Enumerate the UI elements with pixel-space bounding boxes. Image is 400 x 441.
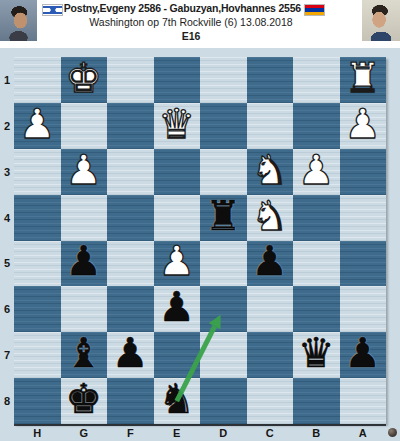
square-c4[interactable]: ♞ [247, 195, 294, 241]
rank-label-7: 7 [0, 332, 14, 378]
star-of-david-icon [49, 6, 57, 14]
square-h2[interactable]: ♟ [14, 103, 61, 149]
square-h1[interactable] [14, 57, 61, 103]
white-knight-piece[interactable]: ♞ [251, 196, 288, 237]
square-b8[interactable] [293, 378, 340, 424]
white-pawn-piece[interactable]: ♟ [19, 104, 56, 145]
white-pawn-piece[interactable]: ♟ [158, 241, 195, 282]
armenia-flag-icon [304, 4, 325, 16]
file-label-f: F [107, 426, 154, 440]
square-a5[interactable] [340, 241, 387, 287]
black-knight-piece[interactable]: ♞ [158, 379, 195, 420]
square-g4[interactable] [61, 195, 108, 241]
black-queen-piece[interactable]: ♛ [298, 333, 335, 374]
file-label-b: B [293, 426, 340, 440]
square-a8[interactable] [340, 378, 387, 424]
square-c2[interactable] [247, 103, 294, 149]
square-e5[interactable]: ♟ [154, 241, 201, 287]
square-b5[interactable] [293, 241, 340, 287]
square-d1[interactable] [200, 57, 247, 103]
square-d7[interactable] [200, 332, 247, 378]
square-g6[interactable] [61, 286, 108, 332]
chess-board[interactable]: ♚♜♟♛♟♟♞♟♜♞♟♟♟♟♝♟♛♟♚♞ [14, 57, 386, 424]
square-b6[interactable] [293, 286, 340, 332]
square-g3[interactable]: ♟ [61, 149, 108, 195]
file-label-d: D [200, 426, 247, 440]
file-label-a: A [340, 426, 387, 440]
white-knight-piece[interactable]: ♞ [251, 150, 288, 191]
square-c3[interactable]: ♞ [247, 149, 294, 195]
white-queen-piece[interactable]: ♛ [158, 104, 195, 145]
square-b2[interactable] [293, 103, 340, 149]
rank-label-2: 2 [0, 103, 14, 149]
square-e6[interactable]: ♟ [154, 286, 201, 332]
square-b4[interactable] [293, 195, 340, 241]
eco-code: E16 [60, 30, 322, 42]
square-c5[interactable]: ♟ [247, 241, 294, 287]
square-c7[interactable] [247, 332, 294, 378]
white-rook-piece[interactable]: ♜ [344, 58, 381, 99]
chess-diagram-window: Postny,Evgeny 2586 - Gabuzyan,Hovhannes … [0, 0, 400, 441]
event-and-date: Washington op 7th Rockville (6) 13.08.20… [60, 16, 322, 28]
square-d3[interactable] [200, 149, 247, 195]
rank-labels: 12345678 [0, 57, 14, 424]
square-f4[interactable] [107, 195, 154, 241]
square-g7[interactable]: ♝ [61, 332, 108, 378]
square-h3[interactable] [14, 149, 61, 195]
white-king-piece[interactable]: ♚ [65, 58, 102, 99]
rank-label-4: 4 [0, 195, 14, 241]
black-pawn-piece[interactable]: ♟ [65, 241, 102, 282]
rank-label-6: 6 [0, 286, 14, 332]
square-f2[interactable] [107, 103, 154, 149]
square-h7[interactable] [14, 332, 61, 378]
square-e2[interactable]: ♛ [154, 103, 201, 149]
square-a4[interactable] [340, 195, 387, 241]
square-b1[interactable] [293, 57, 340, 103]
white-pawn-piece[interactable]: ♟ [298, 150, 335, 191]
white-pawn-piece[interactable]: ♟ [344, 104, 381, 145]
square-f7[interactable]: ♟ [107, 332, 154, 378]
file-label-g: G [61, 426, 108, 440]
square-f8[interactable] [107, 378, 154, 424]
square-e3[interactable] [154, 149, 201, 195]
black-rook-piece[interactable]: ♜ [205, 196, 242, 237]
square-e7[interactable] [154, 332, 201, 378]
square-a2[interactable]: ♟ [340, 103, 387, 149]
black-player-photo [362, 0, 400, 41]
square-e1[interactable] [154, 57, 201, 103]
square-g1[interactable]: ♚ [61, 57, 108, 103]
black-king-piece[interactable]: ♚ [65, 379, 102, 420]
white-pawn-piece[interactable]: ♟ [65, 150, 102, 191]
square-d2[interactable] [200, 103, 247, 149]
side-to-move-indicator [388, 428, 397, 437]
black-pawn-piece[interactable]: ♟ [344, 333, 381, 374]
square-e4[interactable] [154, 195, 201, 241]
square-f6[interactable] [107, 286, 154, 332]
black-pawn-piece[interactable]: ♟ [112, 333, 149, 374]
game-header: Postny,Evgeny 2586 - Gabuzyan,Hovhannes … [0, 0, 400, 48]
square-a3[interactable] [340, 149, 387, 195]
square-b7[interactable]: ♛ [293, 332, 340, 378]
file-label-c: C [247, 426, 294, 440]
square-b3[interactable]: ♟ [293, 149, 340, 195]
rank-label-5: 5 [0, 241, 14, 287]
square-h5[interactable] [14, 241, 61, 287]
file-labels: HGFEDCBA [14, 426, 386, 440]
square-f3[interactable] [107, 149, 154, 195]
square-f5[interactable] [107, 241, 154, 287]
board-area: 12345678 ♚♜♟♛♟♟♞♟♜♞♟♟♟♟♝♟♛♟♚♞ HGFEDCBA [0, 48, 400, 441]
file-label-h: H [14, 426, 61, 440]
square-c8[interactable] [247, 378, 294, 424]
black-pawn-piece[interactable]: ♟ [158, 287, 195, 328]
square-h8[interactable] [14, 378, 61, 424]
players-and-result: Postny,Evgeny 2586 - Gabuzyan,Hovhannes … [60, 2, 322, 14]
square-d5[interactable] [200, 241, 247, 287]
square-e8[interactable]: ♞ [154, 378, 201, 424]
game-titles: Postny,Evgeny 2586 - Gabuzyan,Hovhannes … [60, 2, 322, 42]
square-d4[interactable]: ♜ [200, 195, 247, 241]
square-d8[interactable] [200, 378, 247, 424]
square-a1[interactable]: ♜ [340, 57, 387, 103]
square-c6[interactable] [247, 286, 294, 332]
black-bishop-piece[interactable]: ♝ [65, 333, 102, 374]
square-h6[interactable] [14, 286, 61, 332]
square-g2[interactable] [61, 103, 108, 149]
rank-label-1: 1 [0, 57, 14, 103]
white-player-photo [0, 0, 37, 41]
square-a7[interactable]: ♟ [340, 332, 387, 378]
rank-label-3: 3 [0, 149, 14, 195]
square-a6[interactable] [340, 286, 387, 332]
square-d6[interactable] [200, 286, 247, 332]
square-h4[interactable] [14, 195, 61, 241]
file-label-e: E [154, 426, 201, 440]
square-g8[interactable]: ♚ [61, 378, 108, 424]
square-f1[interactable] [107, 57, 154, 103]
square-c1[interactable] [247, 57, 294, 103]
rank-label-8: 8 [0, 378, 14, 424]
black-pawn-piece[interactable]: ♟ [251, 241, 288, 282]
square-g5[interactable]: ♟ [61, 241, 108, 287]
